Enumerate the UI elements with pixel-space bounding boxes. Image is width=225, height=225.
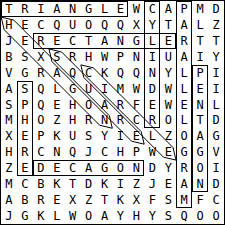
grid-cell-r1c2[interactable]: R xyxy=(17,1,33,17)
grid-cell-r3c3[interactable]: R xyxy=(33,33,49,49)
grid-cell-r14c3[interactable]: K xyxy=(33,208,49,224)
grid-cell-r11c13[interactable]: O xyxy=(192,160,208,176)
grid-cell-r6c13[interactable]: E xyxy=(192,81,208,97)
grid-cell-r9c6[interactable]: S xyxy=(81,128,97,144)
grid-cell-r13c2[interactable]: B xyxy=(17,192,33,208)
grid-cell-r6c14[interactable]: I xyxy=(208,81,224,97)
grid-cell-r11c4[interactable]: E xyxy=(49,160,65,176)
grid-cell-r4c13[interactable]: I xyxy=(192,49,208,65)
grid-cell-r8c3[interactable]: O xyxy=(33,113,49,129)
grid-cell-r3c1[interactable]: J xyxy=(1,33,17,49)
grid-cell-r2c1[interactable]: H xyxy=(1,17,17,33)
grid-cell-r10c6[interactable]: J xyxy=(81,144,97,160)
grid-cell-r11c14[interactable]: I xyxy=(208,160,224,176)
grid-cell-r14c8[interactable]: Y xyxy=(113,208,129,224)
grid-cell-r4c11[interactable]: U xyxy=(160,49,176,65)
grid-cell-r5c12[interactable]: L xyxy=(176,65,192,81)
grid-cell-r14c4[interactable]: L xyxy=(49,208,65,224)
grid-cell-r4c12[interactable]: A xyxy=(176,49,192,65)
grid-cell-r9c3[interactable]: P xyxy=(33,128,49,144)
grid-cell-r13c14[interactable]: C xyxy=(208,192,224,208)
word-search-board: TRIANGLEWCAPMDHECQUOQQXYTALZJERECTANGLER… xyxy=(0,0,225,225)
grid-cell-r14c14[interactable]: O xyxy=(208,208,224,224)
grid-cell-r7c12[interactable]: E xyxy=(176,97,192,113)
grid-cell-r10c8[interactable]: H xyxy=(113,144,129,160)
grid-cell-r7c9[interactable]: F xyxy=(128,97,144,113)
grid-cell-r9c5[interactable]: U xyxy=(65,128,81,144)
grid-cell-r5c2[interactable]: G xyxy=(17,65,33,81)
grid-cell-r6c4[interactable]: L xyxy=(49,81,65,97)
grid-cell-r2c10[interactable]: Y xyxy=(144,17,160,33)
grid-cell-r3c12[interactable]: R xyxy=(176,33,192,49)
grid-cell-r4c5[interactable]: R xyxy=(65,49,81,65)
grid-cell-r3c8[interactable]: N xyxy=(113,33,129,49)
grid-cell-r1c9[interactable]: W xyxy=(128,1,144,17)
grid-cell-r2c14[interactable]: Z xyxy=(208,17,224,33)
grid-cell-r1c8[interactable]: E xyxy=(113,1,129,17)
grid-cell-r1c5[interactable]: N xyxy=(65,1,81,17)
grid-cell-r3c4[interactable]: E xyxy=(49,33,65,49)
grid-cell-r4c1[interactable]: B xyxy=(1,49,17,65)
grid-cell-r2c6[interactable]: O xyxy=(81,17,97,33)
grid-cell-r13c13[interactable]: F xyxy=(192,192,208,208)
grid-cell-r14c10[interactable]: Y xyxy=(144,208,160,224)
grid-cell-r2c13[interactable]: L xyxy=(192,17,208,33)
grid-cell-r12c5[interactable]: T xyxy=(65,176,81,192)
grid-cell-r2c7[interactable]: Q xyxy=(97,17,113,33)
grid-cell-r11c9[interactable]: N xyxy=(128,160,144,176)
grid-cell-r11c8[interactable]: O xyxy=(113,160,129,176)
grid-cell-r14c6[interactable]: O xyxy=(81,208,97,224)
grid-cell-r8c9[interactable]: C xyxy=(128,113,144,129)
grid-cell-r1c12[interactable]: P xyxy=(176,1,192,17)
grid-cell-r2c2[interactable]: E xyxy=(17,17,33,33)
grid-cell-r6c9[interactable]: W xyxy=(128,81,144,97)
letter-grid: TRIANGLEWCAPMDHECQUOQQXYTALZJERECTANGLER… xyxy=(1,1,224,224)
grid-cell-r13c9[interactable]: X xyxy=(128,192,144,208)
grid-cell-r2c8[interactable]: Q xyxy=(113,17,129,33)
grid-cell-r10c3[interactable]: C xyxy=(33,144,49,160)
grid-cell-r6c7[interactable]: I xyxy=(97,81,113,97)
grid-cell-r2c12[interactable]: A xyxy=(176,17,192,33)
grid-cell-r6c5[interactable]: G xyxy=(65,81,81,97)
grid-cell-r14c2[interactable]: G xyxy=(17,208,33,224)
grid-cell-r12c1[interactable]: M xyxy=(1,176,17,192)
grid-cell-r5c3[interactable]: R xyxy=(33,65,49,81)
grid-cell-r8c7[interactable]: N xyxy=(97,113,113,129)
grid-cell-r8c5[interactable]: H xyxy=(65,113,81,129)
grid-cell-r10c9[interactable]: P xyxy=(128,144,144,160)
grid-cell-r14c9[interactable]: H xyxy=(128,208,144,224)
grid-cell-r5c10[interactable]: N xyxy=(144,65,160,81)
grid-cell-r9c12[interactable]: O xyxy=(176,128,192,144)
grid-cell-r13c8[interactable]: K xyxy=(113,192,129,208)
grid-cell-r6c1[interactable]: A xyxy=(1,81,17,97)
grid-cell-r5c1[interactable]: V xyxy=(1,65,17,81)
grid-cell-r3c9[interactable]: G xyxy=(128,33,144,49)
grid-cell-r7c11[interactable]: W xyxy=(160,97,176,113)
grid-cell-r5c8[interactable]: Q xyxy=(113,65,129,81)
grid-cell-r10c11[interactable]: E xyxy=(160,144,176,160)
grid-cell-r3c10[interactable]: L xyxy=(144,33,160,49)
grid-cell-r10c2[interactable]: R xyxy=(17,144,33,160)
grid-cell-r7c13[interactable]: N xyxy=(192,97,208,113)
grid-cell-r8c2[interactable]: H xyxy=(17,113,33,129)
grid-cell-r11c11[interactable]: Y xyxy=(160,160,176,176)
grid-cell-r9c8[interactable]: I xyxy=(113,128,129,144)
grid-cell-r2c4[interactable]: Q xyxy=(49,17,65,33)
grid-cell-r8c6[interactable]: R xyxy=(81,113,97,129)
grid-cell-r2c5[interactable]: U xyxy=(65,17,81,33)
grid-cell-r10c10[interactable]: W xyxy=(144,144,160,160)
grid-cell-r8c4[interactable]: Z xyxy=(49,113,65,129)
grid-cell-r9c14[interactable]: G xyxy=(208,128,224,144)
grid-cell-r12c8[interactable]: I xyxy=(113,176,129,192)
grid-cell-r8c8[interactable]: R xyxy=(113,113,129,129)
grid-cell-r4c7[interactable]: W xyxy=(97,49,113,65)
grid-cell-r13c10[interactable]: F xyxy=(144,192,160,208)
grid-cell-r14c1[interactable]: J xyxy=(1,208,17,224)
grid-cell-r10c12[interactable]: G xyxy=(176,144,192,160)
grid-cell-r1c11[interactable]: A xyxy=(160,1,176,17)
grid-cell-r8c13[interactable]: T xyxy=(192,113,208,129)
grid-cell-r11c5[interactable]: C xyxy=(65,160,81,176)
grid-cell-r3c14[interactable]: T xyxy=(208,33,224,49)
grid-cell-r12c14[interactable]: D xyxy=(208,176,224,192)
grid-cell-r7c8[interactable]: R xyxy=(113,97,129,113)
grid-cell-r1c6[interactable]: G xyxy=(81,1,97,17)
grid-cell-r3c2[interactable]: E xyxy=(17,33,33,49)
grid-cell-r4c2[interactable]: S xyxy=(17,49,33,65)
grid-cell-r8c11[interactable]: O xyxy=(160,113,176,129)
grid-cell-r12c7[interactable]: K xyxy=(97,176,113,192)
grid-cell-r13c1[interactable]: A xyxy=(1,192,17,208)
grid-cell-r1c13[interactable]: M xyxy=(192,1,208,17)
grid-cell-r13c6[interactable]: Z xyxy=(81,192,97,208)
grid-cell-r10c14[interactable]: V xyxy=(208,144,224,160)
grid-cell-r3c6[interactable]: T xyxy=(81,33,97,49)
grid-cell-r14c5[interactable]: W xyxy=(65,208,81,224)
grid-cell-r5c7[interactable]: K xyxy=(97,65,113,81)
grid-cell-r12c6[interactable]: D xyxy=(81,176,97,192)
grid-cell-r13c5[interactable]: X xyxy=(65,192,81,208)
grid-cell-r10c4[interactable]: N xyxy=(49,144,65,160)
grid-cell-r8c12[interactable]: L xyxy=(176,113,192,129)
grid-cell-r4c3[interactable]: X xyxy=(33,49,49,65)
grid-cell-r7c6[interactable]: O xyxy=(81,97,97,113)
grid-cell-r2c11[interactable]: T xyxy=(160,17,176,33)
grid-cell-r1c3[interactable]: I xyxy=(33,1,49,17)
grid-cell-r3c13[interactable]: T xyxy=(192,33,208,49)
grid-cell-r11c3[interactable]: D xyxy=(33,160,49,176)
grid-cell-r8c10[interactable]: R xyxy=(144,113,160,129)
grid-cell-r13c11[interactable]: S xyxy=(160,192,176,208)
grid-cell-r6c10[interactable]: D xyxy=(144,81,160,97)
grid-cell-r7c4[interactable]: E xyxy=(49,97,65,113)
grid-cell-r9c11[interactable]: Z xyxy=(160,128,176,144)
grid-cell-r5c13[interactable]: P xyxy=(192,65,208,81)
grid-cell-r12c10[interactable]: J xyxy=(144,176,160,192)
grid-cell-r4c14[interactable]: Y xyxy=(208,49,224,65)
grid-cell-r13c7[interactable]: T xyxy=(97,192,113,208)
grid-cell-r12c13[interactable]: N xyxy=(192,176,208,192)
grid-cell-r9c9[interactable]: E xyxy=(128,128,144,144)
grid-cell-r11c2[interactable]: E xyxy=(17,160,33,176)
grid-cell-r13c12[interactable]: M xyxy=(176,192,192,208)
grid-cell-r6c12[interactable]: L xyxy=(176,81,192,97)
grid-cell-r7c3[interactable]: Q xyxy=(33,97,49,113)
grid-cell-r14c11[interactable]: S xyxy=(160,208,176,224)
grid-cell-r4c9[interactable]: N xyxy=(128,49,144,65)
grid-cell-r9c13[interactable]: A xyxy=(192,128,208,144)
grid-cell-r7c7[interactable]: A xyxy=(97,97,113,113)
grid-cell-r5c11[interactable]: Y xyxy=(160,65,176,81)
grid-cell-r5c6[interactable]: C xyxy=(81,65,97,81)
grid-cell-r14c7[interactable]: A xyxy=(97,208,113,224)
grid-cell-r4c4[interactable]: S xyxy=(49,49,65,65)
grid-cell-r12c12[interactable]: A xyxy=(176,176,192,192)
grid-cell-r1c4[interactable]: A xyxy=(49,1,65,17)
grid-cell-r6c8[interactable]: M xyxy=(113,81,129,97)
grid-cell-r9c2[interactable]: E xyxy=(17,128,33,144)
grid-cell-r3c7[interactable]: A xyxy=(97,33,113,49)
grid-cell-r5c5[interactable]: Q xyxy=(65,65,81,81)
grid-cell-r10c5[interactable]: Q xyxy=(65,144,81,160)
grid-cell-r12c4[interactable]: K xyxy=(49,176,65,192)
grid-cell-r10c13[interactable]: G xyxy=(192,144,208,160)
grid-cell-r5c9[interactable]: Q xyxy=(128,65,144,81)
grid-cell-r14c12[interactable]: Q xyxy=(176,208,192,224)
grid-cell-r12c3[interactable]: B xyxy=(33,176,49,192)
grid-cell-r7c1[interactable]: S xyxy=(1,97,17,113)
grid-cell-r11c6[interactable]: A xyxy=(81,160,97,176)
grid-cell-r7c10[interactable]: E xyxy=(144,97,160,113)
grid-cell-r1c14[interactable]: D xyxy=(208,1,224,17)
grid-cell-r7c5[interactable]: H xyxy=(65,97,81,113)
grid-cell-r11c1[interactable]: Z xyxy=(1,160,17,176)
grid-cell-r7c14[interactable]: L xyxy=(208,97,224,113)
grid-cell-r9c7[interactable]: Y xyxy=(97,128,113,144)
grid-cell-r13c4[interactable]: E xyxy=(49,192,65,208)
grid-cell-r3c5[interactable]: C xyxy=(65,33,81,49)
grid-cell-r6c6[interactable]: U xyxy=(81,81,97,97)
grid-cell-r14c13[interactable]: O xyxy=(192,208,208,224)
grid-cell-r1c1[interactable]: T xyxy=(1,1,17,17)
grid-cell-r11c7[interactable]: G xyxy=(97,160,113,176)
grid-cell-r4c8[interactable]: P xyxy=(113,49,129,65)
grid-cell-r10c1[interactable]: H xyxy=(1,144,17,160)
grid-cell-r9c10[interactable]: L xyxy=(144,128,160,144)
grid-cell-r9c1[interactable]: X xyxy=(1,128,17,144)
grid-cell-r8c1[interactable]: M xyxy=(1,113,17,129)
grid-cell-r10c7[interactable]: C xyxy=(97,144,113,160)
grid-cell-r12c2[interactable]: C xyxy=(17,176,33,192)
grid-cell-r13c3[interactable]: R xyxy=(33,192,49,208)
grid-cell-r1c10[interactable]: C xyxy=(144,1,160,17)
grid-cell-r3c11[interactable]: E xyxy=(160,33,176,49)
grid-cell-r12c11[interactable]: E xyxy=(160,176,176,192)
grid-cell-r7c2[interactable]: P xyxy=(17,97,33,113)
grid-cell-r11c10[interactable]: D xyxy=(144,160,160,176)
grid-cell-r1c7[interactable]: L xyxy=(97,1,113,17)
grid-cell-r6c11[interactable]: W xyxy=(160,81,176,97)
grid-cell-r5c14[interactable]: I xyxy=(208,65,224,81)
grid-cell-r6c2[interactable]: S xyxy=(17,81,33,97)
grid-cell-r4c10[interactable]: I xyxy=(144,49,160,65)
grid-cell-r2c3[interactable]: C xyxy=(33,17,49,33)
grid-cell-r12c9[interactable]: Z xyxy=(128,176,144,192)
grid-cell-r8c14[interactable]: D xyxy=(208,113,224,129)
grid-cell-r11c12[interactable]: R xyxy=(176,160,192,176)
grid-cell-r9c4[interactable]: K xyxy=(49,128,65,144)
grid-cell-r2c9[interactable]: X xyxy=(128,17,144,33)
grid-cell-r5c4[interactable]: A xyxy=(49,65,65,81)
grid-cell-r4c6[interactable]: H xyxy=(81,49,97,65)
grid-cell-r6c3[interactable]: Q xyxy=(33,81,49,97)
